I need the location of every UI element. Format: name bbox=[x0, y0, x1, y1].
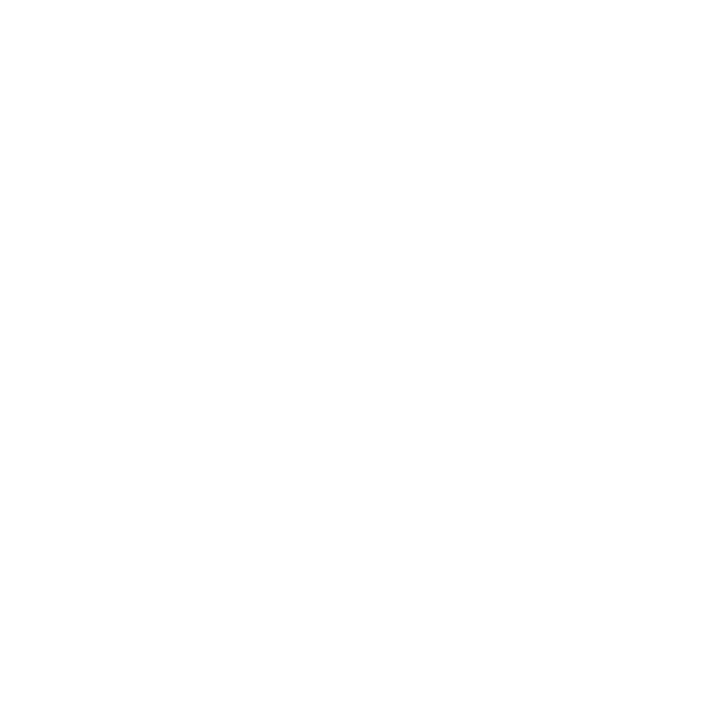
chess-photo-scene bbox=[0, 0, 720, 720]
chess-board bbox=[0, 0, 720, 720]
